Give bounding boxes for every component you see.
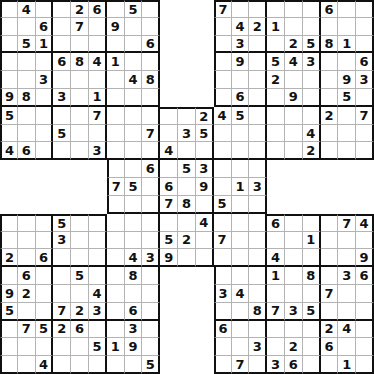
cell-r9c13-empty[interactable] xyxy=(232,160,250,178)
cell-r14c2-given-6[interactable]: 6 xyxy=(36,249,54,267)
cell-r20c20-empty[interactable] xyxy=(356,356,374,374)
cell-r16c6-empty[interactable] xyxy=(107,285,125,303)
cell-r18c8-empty[interactable] xyxy=(142,321,160,339)
cell-r0c14-empty[interactable] xyxy=(249,0,267,18)
cell-r13c10-given-2[interactable]: 2 xyxy=(178,232,196,250)
cell-r7c7-empty[interactable] xyxy=(125,125,143,143)
cell-r17c6-empty[interactable] xyxy=(107,303,125,321)
cell-r20c0-empty[interactable] xyxy=(0,356,18,374)
cell-r12c14-empty[interactable] xyxy=(249,214,267,232)
cell-r4c16-empty[interactable] xyxy=(285,71,303,89)
cell-r7c16-empty[interactable] xyxy=(285,125,303,143)
cell-r0c6-empty[interactable] xyxy=(107,0,125,18)
cell-r19c0-empty[interactable] xyxy=(0,338,18,356)
cell-r13c6-empty[interactable] xyxy=(107,232,125,250)
cell-r8c11-empty[interactable] xyxy=(196,142,214,160)
cell-r15c3-empty[interactable] xyxy=(53,267,71,285)
cell-r0c1-given-4[interactable]: 4 xyxy=(18,0,36,18)
cell-r2c17-given-5[interactable]: 5 xyxy=(303,36,321,54)
cell-r9c6-empty[interactable] xyxy=(107,160,125,178)
cell-r8c12-empty[interactable] xyxy=(214,142,232,160)
cell-r0c4-given-2[interactable]: 2 xyxy=(71,0,89,18)
cell-r8c1-given-6[interactable]: 6 xyxy=(18,142,36,160)
cell-r8c19-empty[interactable] xyxy=(338,142,356,160)
cell-r5c14-empty[interactable] xyxy=(249,89,267,107)
cell-r17c18-empty[interactable] xyxy=(321,303,339,321)
cell-r15c8-empty[interactable] xyxy=(142,267,160,285)
cell-r9c11-given-3[interactable]: 3 xyxy=(196,160,214,178)
cell-r12c17-empty[interactable] xyxy=(303,214,321,232)
cell-r6c1-empty[interactable] xyxy=(18,107,36,125)
cell-r8c3-empty[interactable] xyxy=(53,142,71,160)
cell-r14c7-given-4[interactable]: 4 xyxy=(125,249,143,267)
cell-r20c19-given-1[interactable]: 1 xyxy=(338,356,356,374)
cell-r17c12-empty[interactable] xyxy=(214,303,232,321)
cell-r13c9-given-5[interactable]: 5 xyxy=(160,232,178,250)
cell-r14c4-empty[interactable] xyxy=(71,249,89,267)
cell-r7c4-empty[interactable] xyxy=(71,125,89,143)
cell-r12c20-given-4[interactable]: 4 xyxy=(356,214,374,232)
cell-r8c14-empty[interactable] xyxy=(249,142,267,160)
cell-r2c15-empty[interactable] xyxy=(267,36,285,54)
cell-r4c0-empty[interactable] xyxy=(0,71,18,89)
cell-r9c7-empty[interactable] xyxy=(125,160,143,178)
cell-r13c4-empty[interactable] xyxy=(71,232,89,250)
cell-r2c19-given-1[interactable]: 1 xyxy=(338,36,356,54)
cell-r5c20-empty[interactable] xyxy=(356,89,374,107)
cell-r1c14-given-2[interactable]: 2 xyxy=(249,18,267,36)
cell-r16c4-empty[interactable] xyxy=(71,285,89,303)
cell-r1c1-empty[interactable] xyxy=(18,18,36,36)
cell-r18c5-empty[interactable] xyxy=(89,321,107,339)
cell-r0c20-empty[interactable] xyxy=(356,0,374,18)
cell-r18c13-empty[interactable] xyxy=(232,321,250,339)
cell-r15c12-empty[interactable] xyxy=(214,267,232,285)
cell-r2c20-empty[interactable] xyxy=(356,36,374,54)
cell-r3c15-given-5[interactable]: 5 xyxy=(267,53,285,71)
cell-r18c17-empty[interactable] xyxy=(303,321,321,339)
cell-r8c6-empty[interactable] xyxy=(107,142,125,160)
cell-r19c15-empty[interactable] xyxy=(267,338,285,356)
cell-r18c7-given-3[interactable]: 3 xyxy=(125,321,143,339)
cell-r6c19-empty[interactable] xyxy=(338,107,356,125)
cell-r19c12-empty[interactable] xyxy=(214,338,232,356)
cell-r2c1-given-5[interactable]: 5 xyxy=(18,36,36,54)
cell-r4c15-given-2[interactable]: 2 xyxy=(267,71,285,89)
cell-r15c17-given-8[interactable]: 8 xyxy=(303,267,321,285)
cell-r2c14-empty[interactable] xyxy=(249,36,267,54)
cell-r12c18-empty[interactable] xyxy=(321,214,339,232)
cell-r2c16-given-2[interactable]: 2 xyxy=(285,36,303,54)
cell-r13c12-given-7[interactable]: 7 xyxy=(214,232,232,250)
cell-r1c19-empty[interactable] xyxy=(338,18,356,36)
cell-r14c20-given-9[interactable]: 9 xyxy=(356,249,374,267)
cell-r1c16-empty[interactable] xyxy=(285,18,303,36)
cell-r0c2-empty[interactable] xyxy=(36,0,54,18)
cell-r14c8-given-3[interactable]: 3 xyxy=(142,249,160,267)
cell-r13c1-empty[interactable] xyxy=(18,232,36,250)
cell-r1c13-given-4[interactable]: 4 xyxy=(232,18,250,36)
cell-r6c11-given-2[interactable]: 2 xyxy=(196,107,214,125)
cell-r7c2-empty[interactable] xyxy=(36,125,54,143)
cell-r19c14-given-3[interactable]: 3 xyxy=(249,338,267,356)
cell-r20c14-empty[interactable] xyxy=(249,356,267,374)
cell-r8c20-empty[interactable] xyxy=(356,142,374,160)
cell-r7c3-given-5[interactable]: 5 xyxy=(53,125,71,143)
cell-r17c5-given-3[interactable]: 3 xyxy=(89,303,107,321)
cell-r5c8-empty[interactable] xyxy=(142,89,160,107)
cell-r7c14-empty[interactable] xyxy=(249,125,267,143)
cell-r14c16-empty[interactable] xyxy=(285,249,303,267)
cell-r3c20-given-6[interactable]: 6 xyxy=(356,53,374,71)
cell-r11c9-given-7[interactable]: 7 xyxy=(160,196,178,214)
cell-r18c15-empty[interactable] xyxy=(267,321,285,339)
cell-r19c17-empty[interactable] xyxy=(303,338,321,356)
cell-r18c12-given-6[interactable]: 6 xyxy=(214,321,232,339)
cell-r3c4-given-8[interactable]: 8 xyxy=(71,53,89,71)
cell-r14c3-empty[interactable] xyxy=(53,249,71,267)
cell-r6c8-empty[interactable] xyxy=(142,107,160,125)
cell-r7c20-empty[interactable] xyxy=(356,125,374,143)
cell-r14c10-empty[interactable] xyxy=(178,249,196,267)
cell-r16c12-given-3[interactable]: 3 xyxy=(214,285,232,303)
cell-r19c5-given-5[interactable]: 5 xyxy=(89,338,107,356)
cell-r0c7-given-5[interactable]: 5 xyxy=(125,0,143,18)
cell-r5c16-given-9[interactable]: 9 xyxy=(285,89,303,107)
cell-r18c18-given-2[interactable]: 2 xyxy=(321,321,339,339)
cell-r17c3-given-7[interactable]: 7 xyxy=(53,303,71,321)
cell-r4c6-empty[interactable] xyxy=(107,71,125,89)
cell-r6c5-given-7[interactable]: 7 xyxy=(89,107,107,125)
cell-r17c7-given-6[interactable]: 6 xyxy=(125,303,143,321)
cell-r3c13-given-9[interactable]: 9 xyxy=(232,53,250,71)
cell-r10c11-given-9[interactable]: 9 xyxy=(196,178,214,196)
cell-r5c3-given-3[interactable]: 3 xyxy=(53,89,71,107)
cell-r5c5-given-1[interactable]: 1 xyxy=(89,89,107,107)
cell-r11c10-given-8[interactable]: 8 xyxy=(178,196,196,214)
cell-r12c4-empty[interactable] xyxy=(71,214,89,232)
cell-r0c0-empty[interactable] xyxy=(0,0,18,18)
cell-r19c6-given-1[interactable]: 1 xyxy=(107,338,125,356)
cell-r8c5-given-3[interactable]: 3 xyxy=(89,142,107,160)
cell-r18c19-given-4[interactable]: 4 xyxy=(338,321,356,339)
cell-r16c15-empty[interactable] xyxy=(267,285,285,303)
cell-r13c8-empty[interactable] xyxy=(142,232,160,250)
cell-r7c19-empty[interactable] xyxy=(338,125,356,143)
cell-r19c1-empty[interactable] xyxy=(18,338,36,356)
cell-r17c2-empty[interactable] xyxy=(36,303,54,321)
cell-r8c0-given-4[interactable]: 4 xyxy=(0,142,18,160)
cell-r1c12-empty[interactable] xyxy=(214,18,232,36)
cell-r12c10-empty[interactable] xyxy=(178,214,196,232)
cell-r5c2-empty[interactable] xyxy=(36,89,54,107)
cell-r12c7-empty[interactable] xyxy=(125,214,143,232)
cell-r4c12-empty[interactable] xyxy=(214,71,232,89)
cell-r4c4-empty[interactable] xyxy=(71,71,89,89)
cell-r16c18-given-7[interactable]: 7 xyxy=(321,285,339,303)
cell-r18c16-empty[interactable] xyxy=(285,321,303,339)
cell-r19c8-empty[interactable] xyxy=(142,338,160,356)
cell-r3c14-empty[interactable] xyxy=(249,53,267,71)
cell-r15c15-given-1[interactable]: 1 xyxy=(267,267,285,285)
cell-r20c5-empty[interactable] xyxy=(89,356,107,374)
cell-r15c1-given-6[interactable]: 6 xyxy=(18,267,36,285)
cell-r14c12-empty[interactable] xyxy=(214,249,232,267)
cell-r18c6-empty[interactable] xyxy=(107,321,125,339)
cell-r5c6-empty[interactable] xyxy=(107,89,125,107)
cell-r13c2-empty[interactable] xyxy=(36,232,54,250)
cell-r3c2-empty[interactable] xyxy=(36,53,54,71)
cell-r12c5-empty[interactable] xyxy=(89,214,107,232)
cell-r10c12-empty[interactable] xyxy=(214,178,232,196)
cell-r0c15-empty[interactable] xyxy=(267,0,285,18)
cell-r8c9-given-4[interactable]: 4 xyxy=(160,142,178,160)
cell-r8c7-empty[interactable] xyxy=(125,142,143,160)
cell-r3c17-given-3[interactable]: 3 xyxy=(303,53,321,71)
cell-r5c0-given-9[interactable]: 9 xyxy=(0,89,18,107)
cell-r13c15-empty[interactable] xyxy=(267,232,285,250)
cell-r12c8-empty[interactable] xyxy=(142,214,160,232)
cell-r7c5-empty[interactable] xyxy=(89,125,107,143)
cell-r6c9-empty[interactable] xyxy=(160,107,178,125)
cell-r4c5-empty[interactable] xyxy=(89,71,107,89)
cell-r3c6-given-1[interactable]: 1 xyxy=(107,53,125,71)
cell-r16c0-given-9[interactable]: 9 xyxy=(0,285,18,303)
cell-r1c17-empty[interactable] xyxy=(303,18,321,36)
cell-r14c11-empty[interactable] xyxy=(196,249,214,267)
cell-r1c20-empty[interactable] xyxy=(356,18,374,36)
cell-r1c8-empty[interactable] xyxy=(142,18,160,36)
cell-r4c19-given-9[interactable]: 9 xyxy=(338,71,356,89)
cell-r8c18-empty[interactable] xyxy=(321,142,339,160)
cell-r20c8-given-5[interactable]: 5 xyxy=(142,356,160,374)
cell-r5c13-given-6[interactable]: 6 xyxy=(232,89,250,107)
cell-r13c13-empty[interactable] xyxy=(232,232,250,250)
cell-r6c0-given-5[interactable]: 5 xyxy=(0,107,18,125)
cell-r7c11-given-5[interactable]: 5 xyxy=(196,125,214,143)
cell-r5c1-given-8[interactable]: 8 xyxy=(18,89,36,107)
cell-r17c17-given-5[interactable]: 5 xyxy=(303,303,321,321)
cell-r9c10-given-5[interactable]: 5 xyxy=(178,160,196,178)
cell-r20c7-empty[interactable] xyxy=(125,356,143,374)
cell-r19c18-given-6[interactable]: 6 xyxy=(321,338,339,356)
cell-r16c3-empty[interactable] xyxy=(53,285,71,303)
cell-r11c14-empty[interactable] xyxy=(249,196,267,214)
cell-r7c18-empty[interactable] xyxy=(321,125,339,143)
cell-r12c6-empty[interactable] xyxy=(107,214,125,232)
cell-r10c6-given-7[interactable]: 7 xyxy=(107,178,125,196)
cell-r19c19-empty[interactable] xyxy=(338,338,356,356)
cell-r13c5-empty[interactable] xyxy=(89,232,107,250)
cell-r13c11-empty[interactable] xyxy=(196,232,214,250)
cell-r12c15-given-6[interactable]: 6 xyxy=(267,214,285,232)
cell-r8c8-empty[interactable] xyxy=(142,142,160,160)
cell-r14c9-given-9[interactable]: 9 xyxy=(160,249,178,267)
cell-r19c3-empty[interactable] xyxy=(53,338,71,356)
cell-r20c16-given-6[interactable]: 6 xyxy=(285,356,303,374)
cell-r0c3-empty[interactable] xyxy=(53,0,71,18)
cell-r1c2-given-6[interactable]: 6 xyxy=(36,18,54,36)
cell-r10c10-empty[interactable] xyxy=(178,178,196,196)
cell-r3c12-empty[interactable] xyxy=(214,53,232,71)
cell-r3c18-empty[interactable] xyxy=(321,53,339,71)
cell-r20c15-given-3[interactable]: 3 xyxy=(267,356,285,374)
cell-r15c20-given-6[interactable]: 6 xyxy=(356,267,374,285)
cell-r9c9-empty[interactable] xyxy=(160,160,178,178)
cell-r8c16-empty[interactable] xyxy=(285,142,303,160)
cell-r14c5-empty[interactable] xyxy=(89,249,107,267)
cell-r2c3-empty[interactable] xyxy=(53,36,71,54)
cell-r8c2-empty[interactable] xyxy=(36,142,54,160)
cell-r4c2-given-3[interactable]: 3 xyxy=(36,71,54,89)
cell-r13c19-empty[interactable] xyxy=(338,232,356,250)
cell-r10c8-empty[interactable] xyxy=(142,178,160,196)
cell-r15c7-given-8[interactable]: 8 xyxy=(125,267,143,285)
cell-r17c0-given-5[interactable]: 5 xyxy=(0,303,18,321)
cell-r13c0-empty[interactable] xyxy=(0,232,18,250)
cell-r8c13-empty[interactable] xyxy=(232,142,250,160)
cell-r1c4-given-7[interactable]: 7 xyxy=(71,18,89,36)
cell-r16c7-empty[interactable] xyxy=(125,285,143,303)
cell-r18c4-given-6[interactable]: 6 xyxy=(71,321,89,339)
cell-r20c2-given-4[interactable]: 4 xyxy=(36,356,54,374)
cell-r12c1-empty[interactable] xyxy=(18,214,36,232)
cell-r18c0-empty[interactable] xyxy=(0,321,18,339)
cell-r10c9-given-6[interactable]: 6 xyxy=(160,178,178,196)
cell-r17c1-empty[interactable] xyxy=(18,303,36,321)
cell-r12c12-empty[interactable] xyxy=(214,214,232,232)
cell-r12c13-empty[interactable] xyxy=(232,214,250,232)
cell-r11c11-empty[interactable] xyxy=(196,196,214,214)
cell-r19c20-empty[interactable] xyxy=(356,338,374,356)
cell-r17c15-given-7[interactable]: 7 xyxy=(267,303,285,321)
cell-r0c5-given-6[interactable]: 6 xyxy=(89,0,107,18)
cell-r16c2-empty[interactable] xyxy=(36,285,54,303)
cell-r14c15-given-4[interactable]: 4 xyxy=(267,249,285,267)
cell-r1c0-empty[interactable] xyxy=(0,18,18,36)
cell-r7c6-empty[interactable] xyxy=(107,125,125,143)
cell-r20c6-empty[interactable] xyxy=(107,356,125,374)
cell-r19c4-empty[interactable] xyxy=(71,338,89,356)
cell-r20c3-empty[interactable] xyxy=(53,356,71,374)
cell-r9c8-given-6[interactable]: 6 xyxy=(142,160,160,178)
cell-r6c14-empty[interactable] xyxy=(249,107,267,125)
cell-r13c20-empty[interactable] xyxy=(356,232,374,250)
cell-r20c1-empty[interactable] xyxy=(18,356,36,374)
cell-r5c19-given-5[interactable]: 5 xyxy=(338,89,356,107)
cell-r15c18-empty[interactable] xyxy=(321,267,339,285)
cell-r11c6-empty[interactable] xyxy=(107,196,125,214)
cell-r1c3-empty[interactable] xyxy=(53,18,71,36)
cell-r11c12-given-5[interactable]: 5 xyxy=(214,196,232,214)
cell-r13c3-given-3[interactable]: 3 xyxy=(53,232,71,250)
cell-r4c18-empty[interactable] xyxy=(321,71,339,89)
cell-r5c7-empty[interactable] xyxy=(125,89,143,107)
cell-r15c0-empty[interactable] xyxy=(0,267,18,285)
cell-r14c18-empty[interactable] xyxy=(321,249,339,267)
cell-r16c13-given-4[interactable]: 4 xyxy=(232,285,250,303)
cell-r18c1-given-7[interactable]: 7 xyxy=(18,321,36,339)
cell-r17c16-given-3[interactable]: 3 xyxy=(285,303,303,321)
cell-r12c19-given-7[interactable]: 7 xyxy=(338,214,356,232)
cell-r2c2-given-1[interactable]: 1 xyxy=(36,36,54,54)
cell-r0c13-empty[interactable] xyxy=(232,0,250,18)
cell-r13c18-empty[interactable] xyxy=(321,232,339,250)
cell-r14c17-empty[interactable] xyxy=(303,249,321,267)
cell-r3c7-empty[interactable] xyxy=(125,53,143,71)
cell-r16c19-empty[interactable] xyxy=(338,285,356,303)
cell-r7c9-empty[interactable] xyxy=(160,125,178,143)
cell-r10c7-given-5[interactable]: 5 xyxy=(125,178,143,196)
cell-r16c8-empty[interactable] xyxy=(142,285,160,303)
cell-r18c20-empty[interactable] xyxy=(356,321,374,339)
cell-r7c13-empty[interactable] xyxy=(232,125,250,143)
cell-r0c17-empty[interactable] xyxy=(303,0,321,18)
cell-r5c15-empty[interactable] xyxy=(267,89,285,107)
cell-r4c8-given-8[interactable]: 8 xyxy=(142,71,160,89)
cell-r14c1-empty[interactable] xyxy=(18,249,36,267)
cell-r20c12-empty[interactable] xyxy=(214,356,232,374)
cell-r18c3-given-2[interactable]: 2 xyxy=(53,321,71,339)
cell-r12c9-empty[interactable] xyxy=(160,214,178,232)
cell-r9c14-empty[interactable] xyxy=(249,160,267,178)
cell-r17c8-empty[interactable] xyxy=(142,303,160,321)
cell-r0c16-empty[interactable] xyxy=(285,0,303,18)
cell-r12c2-empty[interactable] xyxy=(36,214,54,232)
cell-r0c8-empty[interactable] xyxy=(142,0,160,18)
cell-r6c10-empty[interactable] xyxy=(178,107,196,125)
cell-r5c4-empty[interactable] xyxy=(71,89,89,107)
cell-r13c16-empty[interactable] xyxy=(285,232,303,250)
cell-r4c17-empty[interactable] xyxy=(303,71,321,89)
cell-r0c19-empty[interactable] xyxy=(338,0,356,18)
cell-r15c19-given-3[interactable]: 3 xyxy=(338,267,356,285)
cell-r7c1-empty[interactable] xyxy=(18,125,36,143)
cell-r6c15-empty[interactable] xyxy=(267,107,285,125)
cell-r11c13-empty[interactable] xyxy=(232,196,250,214)
cell-r17c19-empty[interactable] xyxy=(338,303,356,321)
cell-r1c5-empty[interactable] xyxy=(89,18,107,36)
cell-r18c2-given-5[interactable]: 5 xyxy=(36,321,54,339)
cell-r0c18-given-6[interactable]: 6 xyxy=(321,0,339,18)
cell-r2c8-given-6[interactable]: 6 xyxy=(142,36,160,54)
cell-r4c1-empty[interactable] xyxy=(18,71,36,89)
cell-r15c6-empty[interactable] xyxy=(107,267,125,285)
cell-r16c17-empty[interactable] xyxy=(303,285,321,303)
cell-r3c3-given-6[interactable]: 6 xyxy=(53,53,71,71)
cell-r19c16-given-2[interactable]: 2 xyxy=(285,338,303,356)
cell-r6c7-empty[interactable] xyxy=(125,107,143,125)
cell-r3c0-empty[interactable] xyxy=(0,53,18,71)
cell-r2c4-empty[interactable] xyxy=(71,36,89,54)
cell-r17c13-empty[interactable] xyxy=(232,303,250,321)
cell-r2c5-empty[interactable] xyxy=(89,36,107,54)
cell-r11c8-empty[interactable] xyxy=(142,196,160,214)
cell-r1c7-empty[interactable] xyxy=(125,18,143,36)
cell-r2c13-given-3[interactable]: 3 xyxy=(232,36,250,54)
cell-r16c20-empty[interactable] xyxy=(356,285,374,303)
cell-r8c17-given-2[interactable]: 2 xyxy=(303,142,321,160)
cell-r13c17-given-1[interactable]: 1 xyxy=(303,232,321,250)
cell-r16c5-given-4[interactable]: 4 xyxy=(89,285,107,303)
cell-r8c4-empty[interactable] xyxy=(71,142,89,160)
cell-r15c13-empty[interactable] xyxy=(232,267,250,285)
cell-r3c8-empty[interactable] xyxy=(142,53,160,71)
cell-r17c14-given-8[interactable]: 8 xyxy=(249,303,267,321)
cell-r4c7-given-4[interactable]: 4 xyxy=(125,71,143,89)
cell-r2c6-empty[interactable] xyxy=(107,36,125,54)
cell-r3c5-given-4[interactable]: 4 xyxy=(89,53,107,71)
